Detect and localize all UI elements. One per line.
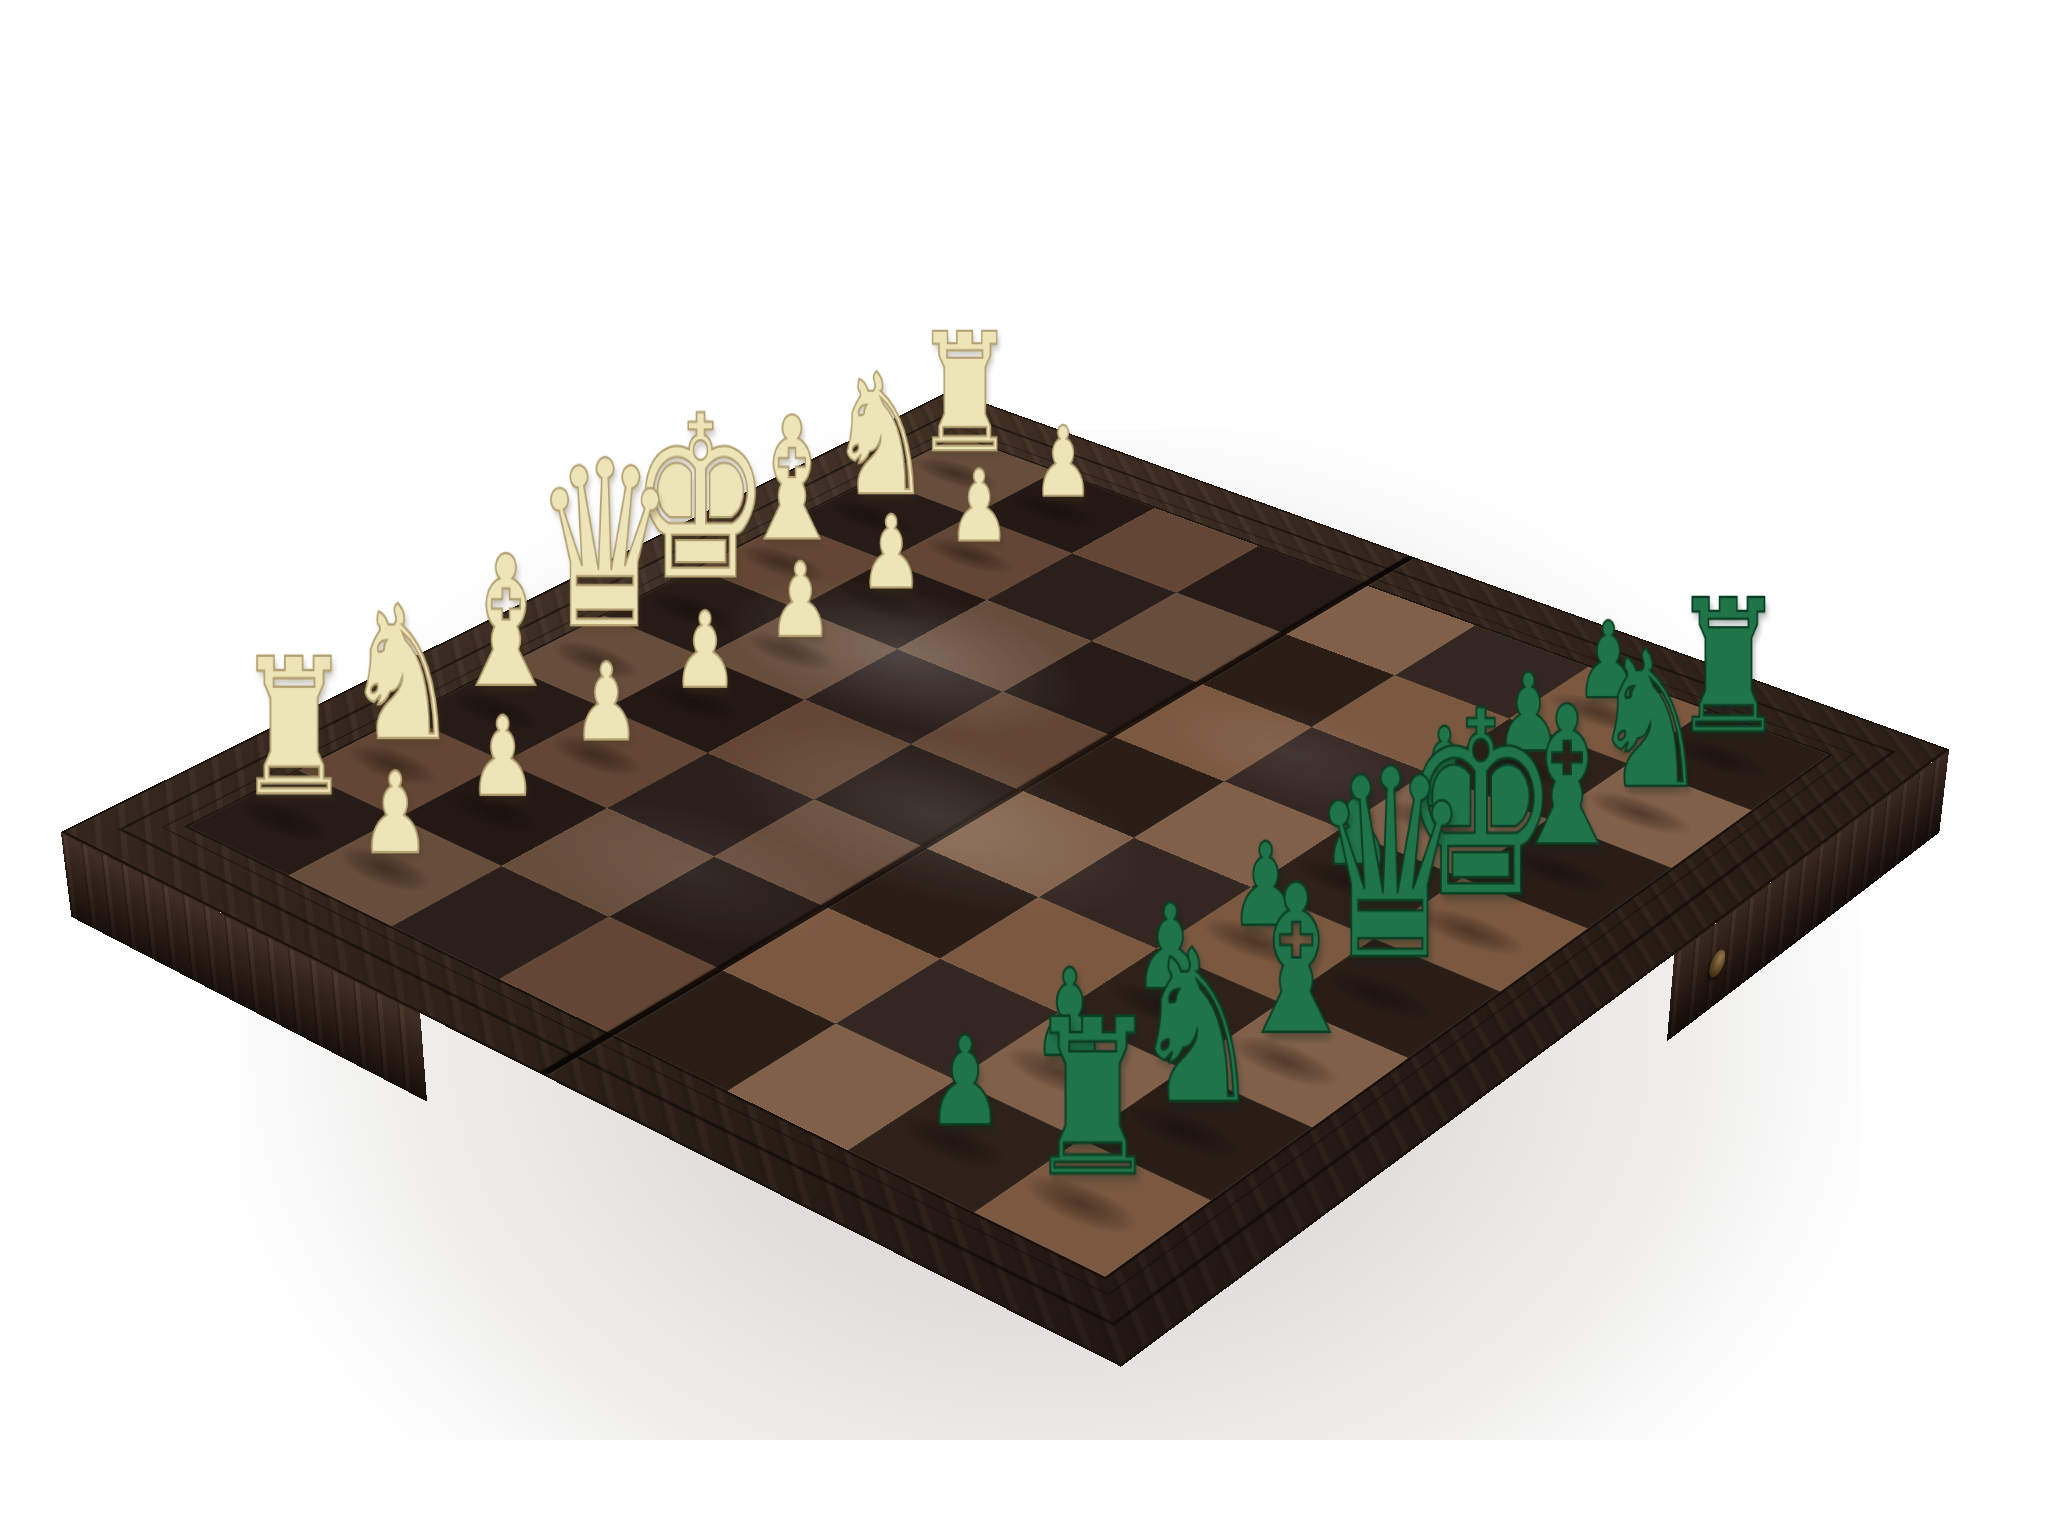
piece-green-rook[interactable]: ♜ <box>998 939 1188 1206</box>
board-surface: ♜♟♟♜♞♟♟♞♝♟♟♝♛♟♟♛♚♟♟♚♝♟♟♝♞♟♟♞♜♟♟♜ <box>61 391 1949 1367</box>
chess-board: ♜♟♟♜♞♟♟♞♝♟♟♝♛♟♟♛♚♟♟♚♝♟♟♝♞♟♟♞♜♟♟♜ <box>61 391 1949 1367</box>
piece-white-pawn[interactable]: ♟ <box>311 727 480 871</box>
rook-glyph: ♜ <box>1025 990 1160 1206</box>
scene: ♜♟♟♜♞♟♟♞♝♟♟♝♛♟♟♛♚♟♟♚♝♟♟♝♞♟♟♞♜♟♟♜ <box>0 0 2048 1536</box>
square-a8[interactable]: ♜ <box>974 1139 1212 1277</box>
playing-area: ♜♟♟♜♞♟♟♞♝♟♟♝♛♟♟♛♚♟♟♚♝♟♟♝♞♟♟♞♜♟♟♜ <box>189 436 1829 1277</box>
pawn-glyph: ♟ <box>360 759 430 871</box>
pawn-glyph: ♟ <box>926 1021 1003 1144</box>
clasp-knob <box>1708 945 1726 982</box>
photo-canvas: ♜♟♟♜♞♟♟♞♝♟♟♝♛♟♟♛♚♟♟♚♝♟♟♝♞♟♟♞♜♟♟♜ <box>0 0 2048 1536</box>
